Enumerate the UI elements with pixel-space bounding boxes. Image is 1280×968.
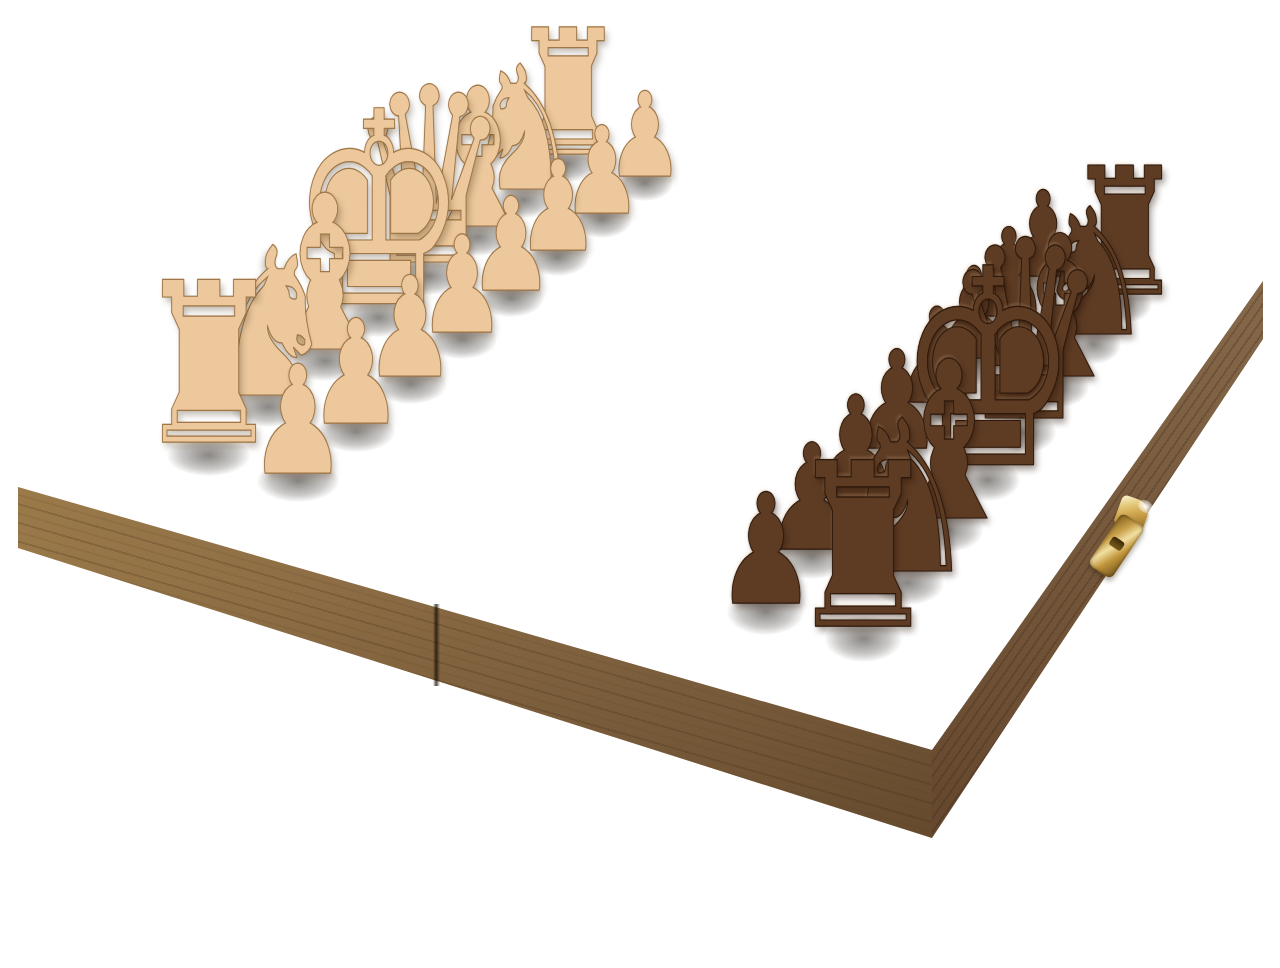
pieces-layer: ♜♞♝♚♛♝♞♜♟♟♟♟♟♟♟♟♟♟♟♟♟♟♟♟♜♞♝♚♛♝♞♜ [0, 0, 1280, 968]
piece-light-pawn-a7[interactable]: ♟ [248, 345, 348, 495]
piece-dark-rook-a1[interactable]: ♜ [787, 434, 939, 662]
chess-set-photo: AA88BB77CC66DD55EE44FF33GG22HH11 ♜♞♝♚♛♝♞… [0, 0, 1280, 968]
